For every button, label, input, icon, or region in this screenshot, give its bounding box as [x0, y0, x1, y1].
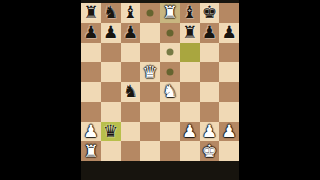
black-pawn-a7[interactable]: ♟: [83, 24, 98, 41]
black-knight-b8[interactable]: ♞: [103, 4, 118, 21]
white-pawn-h2[interactable]: ♟: [222, 123, 237, 140]
square-f6[interactable]: [180, 43, 200, 63]
square-e2[interactable]: [160, 122, 180, 142]
square-c1[interactable]: [121, 141, 141, 161]
square-g8[interactable]: ♚: [200, 3, 220, 23]
move-hint-dot-e5[interactable]: [166, 69, 173, 76]
square-d2[interactable]: [140, 122, 160, 142]
square-c4[interactable]: ♞: [121, 82, 141, 102]
square-d4[interactable]: [140, 82, 160, 102]
square-b4[interactable]: [101, 82, 121, 102]
black-pawn-b7[interactable]: ♟: [103, 24, 118, 41]
square-e7[interactable]: [160, 23, 180, 43]
square-d8[interactable]: [140, 3, 160, 23]
square-c7[interactable]: ♟: [121, 23, 141, 43]
square-e1[interactable]: [160, 141, 180, 161]
black-rook-f7[interactable]: ♜: [182, 24, 197, 41]
square-a2[interactable]: ♟: [81, 122, 101, 142]
white-knight-e4[interactable]: ♞: [162, 83, 177, 100]
square-g2[interactable]: ♟: [200, 122, 220, 142]
square-g7[interactable]: ♟: [200, 23, 220, 43]
black-bishop-c8[interactable]: ♝: [123, 4, 138, 21]
white-rook-e8[interactable]: ♜: [162, 4, 177, 21]
square-a7[interactable]: ♟: [81, 23, 101, 43]
square-e8[interactable]: ♜: [160, 3, 180, 23]
square-h1[interactable]: [219, 141, 239, 161]
square-d7[interactable]: [140, 23, 160, 43]
square-g1[interactable]: ♚: [200, 141, 220, 161]
square-d5[interactable]: ♛: [140, 62, 160, 82]
square-b5[interactable]: [101, 62, 121, 82]
move-hint-dot-e6[interactable]: [166, 49, 173, 56]
square-b6[interactable]: [101, 43, 121, 63]
square-d6[interactable]: [140, 43, 160, 63]
square-c3[interactable]: [121, 102, 141, 122]
white-king-g1[interactable]: ♚: [202, 143, 217, 160]
video-background: ♜♞♝♜♝♚♟♟♟♜♟♟♛♞♞♟♛♟♟♟♜♚: [81, 0, 239, 180]
square-c6[interactable]: [121, 43, 141, 63]
chess-board: ♜♞♝♜♝♚♟♟♟♜♟♟♛♞♞♟♛♟♟♟♜♚: [81, 3, 239, 161]
square-h6[interactable]: [219, 43, 239, 63]
square-g5[interactable]: [200, 62, 220, 82]
white-pawn-g2[interactable]: ♟: [202, 123, 217, 140]
square-h3[interactable]: [219, 102, 239, 122]
square-c2[interactable]: [121, 122, 141, 142]
square-h4[interactable]: [219, 82, 239, 102]
square-f4[interactable]: [180, 82, 200, 102]
square-a1[interactable]: ♜: [81, 141, 101, 161]
square-f8[interactable]: ♝: [180, 3, 200, 23]
square-f5[interactable]: [180, 62, 200, 82]
square-a8[interactable]: ♜: [81, 3, 101, 23]
square-b3[interactable]: [101, 102, 121, 122]
square-d1[interactable]: [140, 141, 160, 161]
square-c5[interactable]: [121, 62, 141, 82]
square-a3[interactable]: [81, 102, 101, 122]
square-h2[interactable]: ♟: [219, 122, 239, 142]
white-pawn-a2[interactable]: ♟: [83, 123, 98, 140]
square-g4[interactable]: [200, 82, 220, 102]
square-b2[interactable]: ♛: [101, 122, 121, 142]
square-a4[interactable]: [81, 82, 101, 102]
black-pawn-h7[interactable]: ♟: [222, 24, 237, 41]
video-frame: ♜♞♝♜♝♚♟♟♟♜♟♟♛♞♞♟♛♟♟♟♜♚: [0, 0, 320, 180]
square-e4[interactable]: ♞: [160, 82, 180, 102]
square-f2[interactable]: ♟: [180, 122, 200, 142]
black-queen-b2[interactable]: ♛: [103, 123, 118, 140]
square-h8[interactable]: [219, 3, 239, 23]
move-hint-dot-d8[interactable]: [147, 9, 154, 16]
black-king-g8[interactable]: ♚: [202, 4, 217, 21]
square-a5[interactable]: [81, 62, 101, 82]
square-h5[interactable]: [219, 62, 239, 82]
white-pawn-f2[interactable]: ♟: [182, 123, 197, 140]
white-queen-d5[interactable]: ♛: [143, 64, 158, 81]
square-e6[interactable]: [160, 43, 180, 63]
square-f1[interactable]: [180, 141, 200, 161]
square-a6[interactable]: [81, 43, 101, 63]
move-hint-dot-e7[interactable]: [166, 29, 173, 36]
white-rook-a1[interactable]: ♜: [83, 143, 98, 160]
black-bishop-f8[interactable]: ♝: [182, 4, 197, 21]
square-h7[interactable]: ♟: [219, 23, 239, 43]
black-rook-a8[interactable]: ♜: [83, 4, 98, 21]
square-c8[interactable]: ♝: [121, 3, 141, 23]
square-b8[interactable]: ♞: [101, 3, 121, 23]
square-e5[interactable]: [160, 62, 180, 82]
black-pawn-c7[interactable]: ♟: [123, 24, 138, 41]
square-g6[interactable]: [200, 43, 220, 63]
square-e3[interactable]: [160, 102, 180, 122]
square-f7[interactable]: ♜: [180, 23, 200, 43]
square-b1[interactable]: [101, 141, 121, 161]
black-knight-c4[interactable]: ♞: [123, 83, 138, 100]
square-b7[interactable]: ♟: [101, 23, 121, 43]
black-pawn-g7[interactable]: ♟: [202, 24, 217, 41]
square-g3[interactable]: [200, 102, 220, 122]
square-d3[interactable]: [140, 102, 160, 122]
square-f3[interactable]: [180, 102, 200, 122]
